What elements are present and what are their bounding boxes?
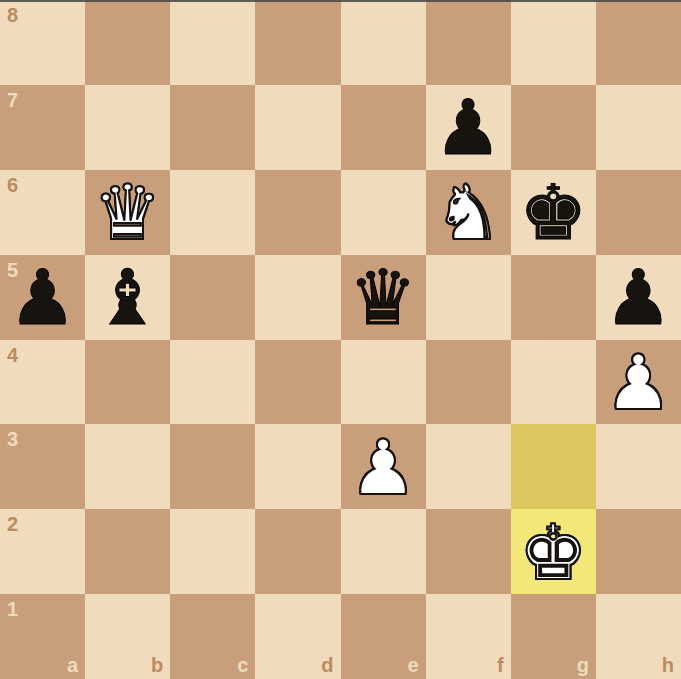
- square-c7[interactable]: [170, 85, 255, 170]
- square-e1[interactable]: e: [341, 594, 426, 679]
- square-g6[interactable]: ♚: [511, 170, 596, 255]
- square-b8[interactable]: [85, 0, 170, 85]
- square-b3[interactable]: [85, 424, 170, 509]
- square-d7[interactable]: [255, 85, 340, 170]
- square-a5[interactable]: 5♟: [0, 255, 85, 340]
- square-d8[interactable]: [255, 0, 340, 85]
- square-c4[interactable]: [170, 340, 255, 425]
- black-queen[interactable]: ♛: [349, 260, 417, 336]
- square-c6[interactable]: [170, 170, 255, 255]
- square-g5[interactable]: [511, 255, 596, 340]
- white-pawn[interactable]: ♟: [604, 345, 672, 421]
- rank-label-2: 2: [7, 514, 18, 534]
- square-d2[interactable]: [255, 509, 340, 594]
- square-f3[interactable]: [426, 424, 511, 509]
- square-g4[interactable]: [511, 340, 596, 425]
- square-h3[interactable]: [596, 424, 681, 509]
- file-label-b: b: [151, 655, 163, 675]
- chess-board-stage: 87♟6♛♞♚5♟♝♛♟4♟3♟2♚1abcdefgh: [0, 0, 681, 679]
- square-c8[interactable]: [170, 0, 255, 85]
- square-f4[interactable]: [426, 340, 511, 425]
- file-label-e: e: [408, 655, 419, 675]
- square-h5[interactable]: ♟: [596, 255, 681, 340]
- square-b2[interactable]: [85, 509, 170, 594]
- square-h1[interactable]: h: [596, 594, 681, 679]
- square-b5[interactable]: ♝: [85, 255, 170, 340]
- square-e4[interactable]: [341, 340, 426, 425]
- square-c3[interactable]: [170, 424, 255, 509]
- white-pawn[interactable]: ♟: [349, 430, 417, 506]
- rank-label-7: 7: [7, 90, 18, 110]
- square-b6[interactable]: ♛: [85, 170, 170, 255]
- square-h6[interactable]: [596, 170, 681, 255]
- square-e6[interactable]: [341, 170, 426, 255]
- square-a7[interactable]: 7: [0, 85, 85, 170]
- square-h2[interactable]: [596, 509, 681, 594]
- square-b1[interactable]: b: [85, 594, 170, 679]
- file-label-h: h: [662, 655, 674, 675]
- square-d3[interactable]: [255, 424, 340, 509]
- square-f8[interactable]: [426, 0, 511, 85]
- square-g2[interactable]: ♚: [511, 509, 596, 594]
- square-e3[interactable]: ♟: [341, 424, 426, 509]
- black-bishop[interactable]: ♝: [94, 260, 162, 336]
- square-c2[interactable]: [170, 509, 255, 594]
- square-f2[interactable]: [426, 509, 511, 594]
- square-b4[interactable]: [85, 340, 170, 425]
- square-g1[interactable]: g: [511, 594, 596, 679]
- square-a2[interactable]: 2: [0, 509, 85, 594]
- white-knight[interactable]: ♞: [434, 175, 502, 251]
- file-label-f: f: [497, 655, 504, 675]
- square-f5[interactable]: [426, 255, 511, 340]
- square-a4[interactable]: 4: [0, 340, 85, 425]
- rank-label-1: 1: [7, 599, 18, 619]
- square-f7[interactable]: ♟: [426, 85, 511, 170]
- black-pawn[interactable]: ♟: [434, 90, 502, 166]
- square-e8[interactable]: [341, 0, 426, 85]
- square-f6[interactable]: ♞: [426, 170, 511, 255]
- square-d1[interactable]: d: [255, 594, 340, 679]
- white-king[interactable]: ♚: [519, 515, 587, 591]
- chess-board: 87♟6♛♞♚5♟♝♛♟4♟3♟2♚1abcdefgh: [0, 0, 681, 679]
- black-pawn[interactable]: ♟: [604, 260, 672, 336]
- square-e2[interactable]: [341, 509, 426, 594]
- square-g7[interactable]: [511, 85, 596, 170]
- white-queen[interactable]: ♛: [94, 175, 162, 251]
- square-c5[interactable]: [170, 255, 255, 340]
- black-king[interactable]: ♚: [519, 175, 587, 251]
- square-a8[interactable]: 8: [0, 0, 85, 85]
- square-a3[interactable]: 3: [0, 424, 85, 509]
- square-c1[interactable]: c: [170, 594, 255, 679]
- square-d4[interactable]: [255, 340, 340, 425]
- square-g3[interactable]: [511, 424, 596, 509]
- square-d5[interactable]: [255, 255, 340, 340]
- square-h4[interactable]: ♟: [596, 340, 681, 425]
- rank-label-6: 6: [7, 175, 18, 195]
- black-pawn[interactable]: ♟: [8, 260, 76, 336]
- square-h8[interactable]: [596, 0, 681, 85]
- square-h7[interactable]: [596, 85, 681, 170]
- file-label-c: c: [237, 655, 248, 675]
- file-label-g: g: [577, 655, 589, 675]
- rank-label-8: 8: [7, 5, 18, 25]
- square-e5[interactable]: ♛: [341, 255, 426, 340]
- rank-label-4: 4: [7, 345, 18, 365]
- file-label-d: d: [321, 655, 333, 675]
- square-f1[interactable]: f: [426, 594, 511, 679]
- square-a1[interactable]: 1a: [0, 594, 85, 679]
- window-top-edge: [0, 0, 681, 2]
- square-g8[interactable]: [511, 0, 596, 85]
- file-label-a: a: [67, 655, 78, 675]
- square-d6[interactable]: [255, 170, 340, 255]
- square-e7[interactable]: [341, 85, 426, 170]
- square-b7[interactable]: [85, 85, 170, 170]
- rank-label-3: 3: [7, 429, 18, 449]
- square-a6[interactable]: 6: [0, 170, 85, 255]
